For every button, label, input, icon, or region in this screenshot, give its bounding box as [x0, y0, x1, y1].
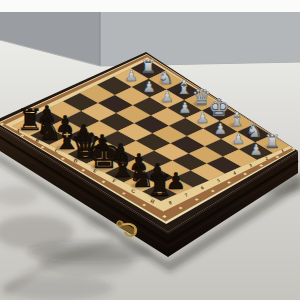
piece-glyph: ♜	[140, 56, 156, 77]
piece-white-rook-a1[interactable]: ♜	[140, 56, 156, 77]
piece-glyph: ♟	[232, 130, 245, 147]
piece-glyph: ♟	[178, 99, 191, 116]
piece-black-rook-h8[interactable]: ♜	[146, 168, 173, 203]
piece-white-king-e1[interactable]: ♚	[208, 93, 230, 122]
piece-white-bishop-c1[interactable]: ♝	[175, 76, 193, 99]
piece-glyph: ♞	[158, 67, 174, 88]
piece-white-pawn-b2[interactable]: ♟	[143, 78, 156, 95]
piece-glyph: ♚	[208, 93, 230, 122]
piece-white-bishop-f1[interactable]: ♝	[228, 108, 246, 131]
piece-white-pawn-a2[interactable]: ♟	[125, 67, 138, 84]
piece-white-pawn-d2[interactable]: ♟	[178, 99, 191, 116]
piece-white-pawn-g2[interactable]: ♟	[232, 130, 245, 147]
piece-white-pawn-c2[interactable]: ♟	[160, 88, 173, 105]
piece-white-pawn-e2[interactable]: ♟	[196, 109, 209, 126]
scene-canvas: A8B7C6D5E4F3G2H1 ♜♟♞♟♝♟♛♟♚♟♟♝♜♟♟♞♞♟♟♜♝♟♟…	[0, 0, 300, 300]
piece-glyph: ♟	[196, 109, 209, 126]
piece-white-pawn-h2[interactable]: ♟	[249, 141, 262, 158]
piece-white-pawn-f2[interactable]: ♟	[214, 120, 227, 137]
piece-glyph: ♞	[246, 120, 262, 141]
top-strip	[0, 0, 300, 12]
piece-white-rook-h1[interactable]: ♜	[264, 131, 280, 152]
piece-glyph: ♟	[143, 78, 156, 95]
piece-glyph: ♟	[249, 141, 262, 158]
piece-glyph: ♜	[264, 131, 280, 152]
piece-glyph: ♝	[175, 76, 193, 99]
piece-white-knight-b1[interactable]: ♞	[158, 67, 174, 88]
piece-glyph: ♟	[160, 88, 173, 105]
wall-right	[100, 12, 300, 66]
piece-glyph: ♝	[228, 108, 246, 131]
piece-glyph: ♟	[125, 67, 138, 84]
chess-set-photo: A8B7C6D5E4F3G2H1 ♜♟♞♟♝♟♛♟♚♟♟♝♜♟♟♞♞♟♟♜♝♟♟…	[0, 0, 300, 300]
piece-glyph: ♜	[146, 168, 173, 203]
piece-glyph: ♟	[214, 120, 227, 137]
piece-white-knight-g1[interactable]: ♞	[246, 120, 262, 141]
